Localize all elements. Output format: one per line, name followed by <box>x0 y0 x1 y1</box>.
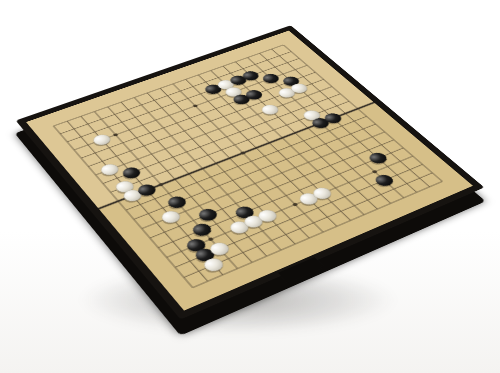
go-board-svg <box>16 25 485 319</box>
go-board[interactable] <box>16 25 485 319</box>
board-surface[interactable] <box>16 25 485 319</box>
photo-scene <box>0 0 500 373</box>
